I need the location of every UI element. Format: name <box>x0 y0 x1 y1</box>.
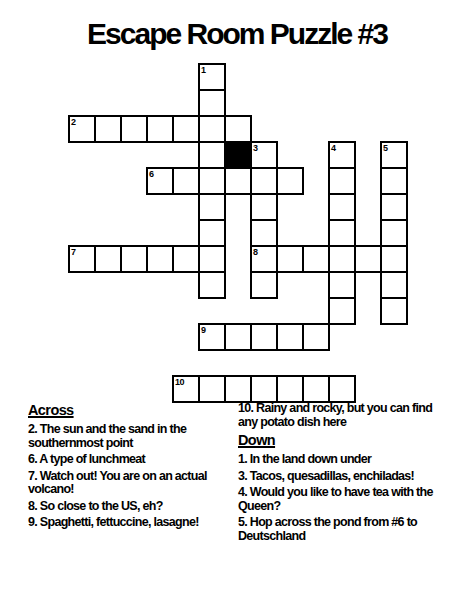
clue-number: 2. <box>28 422 37 436</box>
grid-cell[interactable] <box>276 323 304 351</box>
grid-cell[interactable] <box>198 167 226 195</box>
grid-cell[interactable] <box>302 375 330 403</box>
grid-cell[interactable] <box>198 271 226 299</box>
cell-number: 7 <box>70 247 94 256</box>
clue-text: Watch out! You are on an actual volcano! <box>28 469 207 497</box>
grid-cell[interactable] <box>250 271 278 299</box>
grid-cell[interactable] <box>250 193 278 221</box>
cell-number: 9 <box>200 325 224 334</box>
grid-cell[interactable]: 3 <box>250 141 278 169</box>
clue-number: 1. <box>238 452 247 466</box>
clue-down-5: 5. Hop across the pond from #6 to Deutsc… <box>238 516 452 543</box>
clue-text: So close to the US, eh? <box>40 499 163 513</box>
grid-cell[interactable] <box>198 219 226 247</box>
clue-text: A type of lunchmeat <box>39 452 145 466</box>
clue-across-9: 9. Spaghetti, fettuccine, lasagne! <box>28 516 242 530</box>
grid-cell[interactable] <box>172 245 200 273</box>
grid-cell[interactable] <box>172 115 200 143</box>
clue-text: The sun and the sand in the southernmost… <box>28 422 186 450</box>
grid-cell[interactable]: 4 <box>328 141 356 169</box>
cell-number: 8 <box>252 247 276 256</box>
grid-cell[interactable] <box>380 193 408 221</box>
grid-cell[interactable]: 1 <box>198 63 226 91</box>
clue-number: 10. <box>238 401 253 415</box>
grid-cell[interactable] <box>172 167 200 195</box>
grid-cell[interactable] <box>354 245 382 273</box>
grid-cell[interactable]: 9 <box>198 323 226 351</box>
grid-cell[interactable] <box>380 167 408 195</box>
grid-cell[interactable] <box>328 297 356 325</box>
across-header: Across <box>28 402 242 419</box>
grid-cell[interactable] <box>328 167 356 195</box>
clue-text: Tacos, quesadillas, enchiladas! <box>250 469 414 483</box>
grid-cell[interactable]: 8 <box>250 245 278 273</box>
grid-cell[interactable] <box>328 245 356 273</box>
grid-cell[interactable]: 6 <box>146 167 174 195</box>
grid-cell[interactable] <box>380 271 408 299</box>
grid-cell[interactable] <box>250 323 278 351</box>
grid-cell[interactable] <box>94 115 122 143</box>
grid-cell[interactable] <box>302 245 330 273</box>
grid-cell[interactable] <box>198 141 226 169</box>
clue-across-7: 7. Watch out! You are on an actual volca… <box>28 470 242 497</box>
grid-cell[interactable] <box>198 89 226 117</box>
down-header: Down <box>238 432 452 449</box>
clue-down-4: 4. Would you like to have tea with the Q… <box>238 486 452 513</box>
grid-cell[interactable] <box>380 245 408 273</box>
grid-cell[interactable] <box>328 219 356 247</box>
grid-cell[interactable] <box>380 219 408 247</box>
grid-cell[interactable] <box>198 375 226 403</box>
clue-across-10: 10. Rainy and rocky, but you can find an… <box>238 402 452 429</box>
grid-cell[interactable]: 5 <box>380 141 408 169</box>
clue-number: 5. <box>238 515 247 529</box>
grid-cell[interactable] <box>250 167 278 195</box>
black-cell <box>224 141 252 169</box>
grid-cell[interactable] <box>328 193 356 221</box>
grid-cell[interactable] <box>250 219 278 247</box>
clues-down-column: 10. Rainy and rocky, but you can find an… <box>238 402 452 546</box>
clue-number: 7. <box>28 469 37 483</box>
clue-down-3: 3. Tacos, quesadillas, enchiladas! <box>238 470 452 484</box>
grid-cell[interactable] <box>198 193 226 221</box>
cell-number: 5 <box>382 143 406 152</box>
clue-text: Rainy and rocky, but you can find any po… <box>238 401 432 429</box>
cell-number: 2 <box>70 117 94 126</box>
grid-cell[interactable]: 7 <box>68 245 96 273</box>
grid-cell[interactable] <box>276 375 304 403</box>
grid-cell[interactable] <box>198 245 226 273</box>
grid-cell[interactable] <box>328 375 356 403</box>
clue-down-1: 1. In the land down under <box>238 453 452 467</box>
grid-cell[interactable] <box>302 323 330 351</box>
grid-cell[interactable] <box>328 271 356 299</box>
clue-number: 8. <box>28 499 37 513</box>
clue-text: In the land down under <box>250 452 371 466</box>
clue-text: Spaghetti, fettuccine, lasagne! <box>40 515 199 529</box>
clue-number: 9. <box>28 515 37 529</box>
grid-cell[interactable] <box>94 245 122 273</box>
grid-cell[interactable] <box>224 115 252 143</box>
clue-across-8: 8. So close to the US, eh? <box>28 500 242 514</box>
cell-number: 4 <box>330 143 354 152</box>
cell-number: 3 <box>252 143 276 152</box>
cell-number: 6 <box>148 169 172 178</box>
grid-cell[interactable]: 2 <box>68 115 96 143</box>
cell-number: 1 <box>200 65 224 74</box>
clues-across-column: Across 2. The sun and the sand in the so… <box>28 402 242 533</box>
grid-cell[interactable] <box>380 297 408 325</box>
grid-cell[interactable] <box>120 245 148 273</box>
clue-text: Would you like to have tea with the Quee… <box>238 485 433 513</box>
grid-cell[interactable] <box>146 245 174 273</box>
clue-across-6: 6. A type of lunchmeat <box>28 453 242 467</box>
clue-number: 3. <box>238 469 247 483</box>
grid-cell[interactable] <box>224 167 252 195</box>
clue-text: Hop across the pond from #6 to Deutschla… <box>238 515 417 543</box>
clue-number: 4. <box>238 485 247 499</box>
clue-number: 6. <box>28 452 37 466</box>
grid-cell[interactable] <box>120 115 148 143</box>
grid-cell[interactable] <box>250 375 278 403</box>
clue-across-2: 2. The sun and the sand in the southernm… <box>28 423 242 450</box>
grid-cell[interactable] <box>276 245 304 273</box>
grid-cell[interactable] <box>224 323 252 351</box>
cell-number: 10 <box>174 377 198 386</box>
grid-cell[interactable] <box>198 115 226 143</box>
grid-cell[interactable] <box>146 115 174 143</box>
grid-cell[interactable] <box>276 167 304 195</box>
grid-cell[interactable]: 10 <box>172 375 200 403</box>
grid-cell[interactable] <box>224 375 252 403</box>
